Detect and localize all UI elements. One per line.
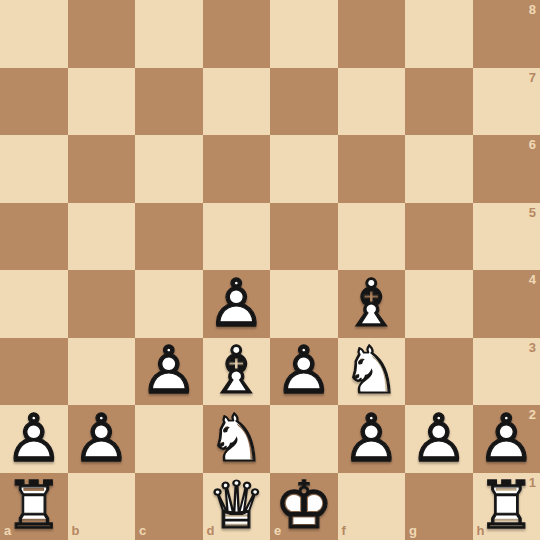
square-g1[interactable]: g xyxy=(405,473,473,540)
square-h5[interactable]: 5 xyxy=(473,203,540,271)
square-d8[interactable] xyxy=(203,0,271,68)
square-a3[interactable] xyxy=(0,338,68,406)
square-h1[interactable]: h1♜♖ xyxy=(473,473,540,540)
square-c4[interactable] xyxy=(135,270,203,338)
square-h2[interactable]: 2♟♙ xyxy=(473,405,540,473)
square-g6[interactable] xyxy=(405,135,473,203)
piece-white-pawn[interactable]: ♟♙ xyxy=(473,405,540,473)
square-a4[interactable] xyxy=(0,270,68,338)
square-e8[interactable] xyxy=(270,0,338,68)
square-g5[interactable] xyxy=(405,203,473,271)
piece-outline-layer: ♘ xyxy=(338,338,406,406)
chess-board: 8765♟♙♝♗4♟♙♝♗♟♙♞♘3♟♙♟♙♞♘♟♙♟♙2♟♙a♜♖bcd♛♕e… xyxy=(0,0,540,540)
square-b7[interactable] xyxy=(68,68,136,136)
piece-outline-layer: ♖ xyxy=(0,473,68,540)
piece-outline-layer: ♕ xyxy=(203,473,271,540)
piece-white-bishop[interactable]: ♝♗ xyxy=(338,270,406,338)
square-f2[interactable]: ♟♙ xyxy=(338,405,406,473)
square-d5[interactable] xyxy=(203,203,271,271)
piece-white-rook[interactable]: ♜♖ xyxy=(473,473,540,540)
square-b4[interactable] xyxy=(68,270,136,338)
piece-outline-layer: ♙ xyxy=(473,405,540,473)
square-d6[interactable] xyxy=(203,135,271,203)
piece-outline-layer: ♙ xyxy=(270,338,338,406)
square-d2[interactable]: ♞♘ xyxy=(203,405,271,473)
square-c5[interactable] xyxy=(135,203,203,271)
square-f3[interactable]: ♞♘ xyxy=(338,338,406,406)
piece-outline-layer: ♗ xyxy=(203,338,271,406)
piece-white-queen[interactable]: ♛♕ xyxy=(203,473,271,540)
rank-label-7: 7 xyxy=(529,71,536,84)
square-b6[interactable] xyxy=(68,135,136,203)
piece-white-knight[interactable]: ♞♘ xyxy=(203,405,271,473)
square-a2[interactable]: ♟♙ xyxy=(0,405,68,473)
piece-outline-layer: ♖ xyxy=(473,473,540,540)
square-b1[interactable]: b xyxy=(68,473,136,540)
square-b5[interactable] xyxy=(68,203,136,271)
rank-label-4: 4 xyxy=(529,273,536,286)
file-label-b: b xyxy=(72,524,80,537)
piece-outline-layer: ♔ xyxy=(270,473,338,540)
square-c3[interactable]: ♟♙ xyxy=(135,338,203,406)
square-c7[interactable] xyxy=(135,68,203,136)
rank-label-6: 6 xyxy=(529,138,536,151)
piece-outline-layer: ♗ xyxy=(338,270,406,338)
piece-outline-layer: ♘ xyxy=(203,405,271,473)
square-e7[interactable] xyxy=(270,68,338,136)
square-g4[interactable] xyxy=(405,270,473,338)
square-a6[interactable] xyxy=(0,135,68,203)
piece-white-pawn[interactable]: ♟♙ xyxy=(203,270,271,338)
square-f8[interactable] xyxy=(338,0,406,68)
square-b3[interactable] xyxy=(68,338,136,406)
square-c2[interactable] xyxy=(135,405,203,473)
piece-white-bishop[interactable]: ♝♗ xyxy=(203,338,271,406)
square-e3[interactable]: ♟♙ xyxy=(270,338,338,406)
square-f7[interactable] xyxy=(338,68,406,136)
piece-outline-layer: ♙ xyxy=(68,405,136,473)
square-h4[interactable]: 4 xyxy=(473,270,540,338)
rank-label-8: 8 xyxy=(529,3,536,16)
square-h8[interactable]: 8 xyxy=(473,0,540,68)
piece-outline-layer: ♙ xyxy=(405,405,473,473)
square-c1[interactable]: c xyxy=(135,473,203,540)
piece-white-pawn[interactable]: ♟♙ xyxy=(270,338,338,406)
square-a5[interactable] xyxy=(0,203,68,271)
piece-outline-layer: ♙ xyxy=(203,270,271,338)
square-f5[interactable] xyxy=(338,203,406,271)
piece-outline-layer: ♙ xyxy=(135,338,203,406)
square-d1[interactable]: d♛♕ xyxy=(203,473,271,540)
square-d7[interactable] xyxy=(203,68,271,136)
file-label-f: f xyxy=(342,524,346,537)
square-f1[interactable]: f xyxy=(338,473,406,540)
square-a7[interactable] xyxy=(0,68,68,136)
piece-outline-layer: ♙ xyxy=(0,405,68,473)
square-c6[interactable] xyxy=(135,135,203,203)
piece-white-pawn[interactable]: ♟♙ xyxy=(68,405,136,473)
square-e4[interactable] xyxy=(270,270,338,338)
square-g7[interactable] xyxy=(405,68,473,136)
file-label-c: c xyxy=(139,524,146,537)
file-label-g: g xyxy=(409,524,417,537)
piece-outline-layer: ♙ xyxy=(338,405,406,473)
square-d3[interactable]: ♝♗ xyxy=(203,338,271,406)
rank-label-5: 5 xyxy=(529,206,536,219)
square-d4[interactable]: ♟♙ xyxy=(203,270,271,338)
square-c8[interactable] xyxy=(135,0,203,68)
piece-white-pawn[interactable]: ♟♙ xyxy=(135,338,203,406)
square-a8[interactable] xyxy=(0,0,68,68)
square-e5[interactable] xyxy=(270,203,338,271)
square-h6[interactable]: 6 xyxy=(473,135,540,203)
piece-white-pawn[interactable]: ♟♙ xyxy=(0,405,68,473)
square-g2[interactable]: ♟♙ xyxy=(405,405,473,473)
square-e2[interactable] xyxy=(270,405,338,473)
square-e1[interactable]: e♚♔ xyxy=(270,473,338,540)
piece-white-pawn[interactable]: ♟♙ xyxy=(338,405,406,473)
square-g8[interactable] xyxy=(405,0,473,68)
piece-white-rook[interactable]: ♜♖ xyxy=(0,473,68,540)
square-a1[interactable]: a♜♖ xyxy=(0,473,68,540)
piece-white-pawn[interactable]: ♟♙ xyxy=(405,405,473,473)
square-b8[interactable] xyxy=(68,0,136,68)
square-f4[interactable]: ♝♗ xyxy=(338,270,406,338)
piece-white-king[interactable]: ♚♔ xyxy=(270,473,338,540)
square-b2[interactable]: ♟♙ xyxy=(68,405,136,473)
square-g3[interactable] xyxy=(405,338,473,406)
square-e6[interactable] xyxy=(270,135,338,203)
rank-label-3: 3 xyxy=(529,341,536,354)
square-f6[interactable] xyxy=(338,135,406,203)
piece-white-knight[interactable]: ♞♘ xyxy=(338,338,406,406)
square-h3[interactable]: 3 xyxy=(473,338,540,406)
square-h7[interactable]: 7 xyxy=(473,68,540,136)
